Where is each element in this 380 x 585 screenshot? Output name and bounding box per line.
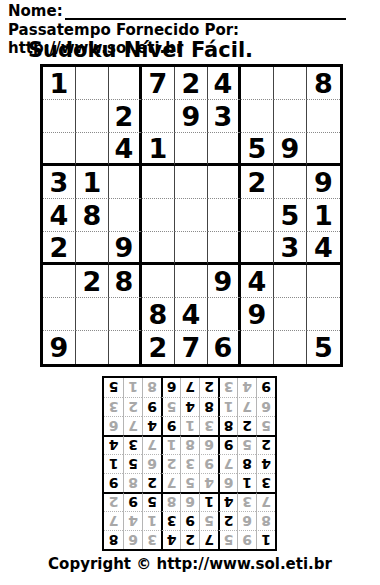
solution-cell-r7c3: 8: [218, 416, 237, 435]
puzzle-cell-r6c9[interactable]: 4: [307, 232, 340, 265]
puzzle-cell-r3c6[interactable]: [208, 133, 241, 166]
solution-cell-r1c8: 6: [123, 530, 142, 549]
puzzle-cell-r8c3[interactable]: [109, 298, 142, 331]
puzzle-cell-r7c7[interactable]: 4: [241, 265, 274, 298]
solution-cell-r1c7: 3: [142, 530, 161, 549]
puzzle-cell-r4c7[interactable]: 2: [241, 166, 274, 199]
puzzle-cell-r5c6[interactable]: [208, 199, 241, 232]
solution-cell-r6c3: 9: [218, 435, 237, 454]
puzzle-cell-r5c3[interactable]: [109, 199, 142, 232]
solution-cell-r5c5: 3: [180, 454, 199, 473]
puzzle-cell-r4c3[interactable]: [109, 166, 142, 199]
puzzle-cell-r2c2[interactable]: [76, 100, 109, 133]
puzzle-cell-r8c9[interactable]: [307, 298, 340, 331]
solution-cell-r8c1: 6: [256, 397, 275, 416]
solution-cell-r3c4: 1: [199, 492, 218, 511]
name-input-line[interactable]: [65, 2, 346, 20]
name-row: Nome:: [8, 2, 346, 20]
solution-cell-r5c9: 1: [104, 454, 123, 473]
puzzle-cell-r6c8[interactable]: 3: [274, 232, 307, 265]
puzzle-cell-r7c9[interactable]: [307, 265, 340, 298]
puzzle-cell-r6c6[interactable]: [208, 232, 241, 265]
puzzle-cell-r6c3[interactable]: 9: [109, 232, 142, 265]
puzzle-cell-r9c7[interactable]: [241, 331, 274, 364]
puzzle-cell-r3c3[interactable]: 4: [109, 133, 142, 166]
solution-cell-r9c8: 1: [123, 378, 142, 397]
solution-cell-r6c2: 5: [237, 435, 256, 454]
solution-cell-r7c4: 3: [199, 416, 218, 435]
solution-cell-r3c8: 9: [123, 492, 142, 511]
puzzle-cell-r2c9[interactable]: [307, 100, 340, 133]
puzzle-cell-r2c3[interactable]: 2: [109, 100, 142, 133]
puzzle-cell-r1c4[interactable]: 7: [142, 67, 175, 100]
solution-cell-r6c6: 1: [161, 435, 180, 454]
puzzle-cell-r7c1[interactable]: [43, 265, 76, 298]
puzzle-cell-r3c8[interactable]: 9: [274, 133, 307, 166]
puzzle-cell-r2c6[interactable]: 3: [208, 100, 241, 133]
puzzle-cell-r8c2[interactable]: [76, 298, 109, 331]
sudoku-solution-grid: 1957243688625931477341685923164572894879…: [102, 376, 277, 551]
puzzle-cell-r4c4[interactable]: [142, 166, 175, 199]
copyright-text: Copyright © http://www.sol.eti.br: [0, 555, 380, 573]
solution-cell-r6c5: 8: [180, 435, 199, 454]
solution-cell-r3c6: 8: [161, 492, 180, 511]
puzzle-cell-r7c8[interactable]: [274, 265, 307, 298]
puzzle-cell-r8c7[interactable]: 9: [241, 298, 274, 331]
solution-cell-r9c7: 8: [142, 378, 161, 397]
puzzle-cell-r3c1[interactable]: [43, 133, 76, 166]
puzzle-cell-r6c2[interactable]: [76, 232, 109, 265]
solution-cell-r3c2: 3: [237, 492, 256, 511]
solution-cell-r2c8: 4: [123, 511, 142, 530]
solution-cell-r2c6: 3: [161, 511, 180, 530]
solution-cell-r9c1: 9: [256, 378, 275, 397]
solution-cell-r6c8: 3: [123, 435, 142, 454]
puzzle-cell-r1c9[interactable]: 8: [307, 67, 340, 100]
solution-cell-r5c6: 2: [161, 454, 180, 473]
solution-cell-r2c3: 2: [218, 511, 237, 530]
solution-cell-r6c1: 2: [256, 435, 275, 454]
solution-cell-r2c4: 5: [199, 511, 218, 530]
puzzle-cell-r9c1[interactable]: 9: [43, 331, 76, 364]
puzzle-cell-r2c8[interactable]: [274, 100, 307, 133]
puzzle-cell-r7c2[interactable]: 2: [76, 265, 109, 298]
solution-cell-r5c3: 7: [218, 454, 237, 473]
solution-cell-r7c5: 1: [180, 416, 199, 435]
solution-cell-r7c8: 7: [123, 416, 142, 435]
solution-cell-r3c7: 5: [142, 492, 161, 511]
puzzle-cell-r3c4[interactable]: 1: [142, 133, 175, 166]
solution-cell-r2c9: 7: [104, 511, 123, 530]
solution-cell-r4c6: 7: [161, 473, 180, 492]
solution-cell-r5c7: 6: [142, 454, 161, 473]
solution-cell-r1c2: 9: [237, 530, 256, 549]
puzzle-cell-r7c4[interactable]: [142, 265, 175, 298]
solution-cell-r2c7: 1: [142, 511, 161, 530]
solution-cell-r7c2: 2: [237, 416, 256, 435]
puzzle-cell-r8c8[interactable]: [274, 298, 307, 331]
solution-cell-r4c9: 9: [104, 473, 123, 492]
puzzle-cell-r5c1[interactable]: 4: [43, 199, 76, 232]
puzzle-cell-r6c1[interactable]: 2: [43, 232, 76, 265]
puzzle-cell-r5c8[interactable]: 5: [274, 199, 307, 232]
solution-cell-r4c8: 8: [123, 473, 142, 492]
solution-cell-r1c3: 5: [218, 530, 237, 549]
puzzle-cell-r9c9[interactable]: 5: [307, 331, 340, 364]
puzzle-cell-r3c2[interactable]: [76, 133, 109, 166]
puzzle-cell-r2c4[interactable]: [142, 100, 175, 133]
puzzle-cell-r2c7[interactable]: [241, 100, 274, 133]
solution-cell-r1c4: 7: [199, 530, 218, 549]
solution-cell-r8c5: 4: [180, 397, 199, 416]
puzzle-cell-r9c3[interactable]: [109, 331, 142, 364]
solution-cell-r5c8: 5: [123, 454, 142, 473]
solution-cell-r3c1: 7: [256, 492, 275, 511]
solution-cell-r8c7: 9: [142, 397, 161, 416]
puzzle-cell-r3c7[interactable]: 5: [241, 133, 274, 166]
puzzle-cell-r9c8[interactable]: [274, 331, 307, 364]
puzzle-cell-r6c7[interactable]: [241, 232, 274, 265]
solution-cell-r3c3: 4: [218, 492, 237, 511]
puzzle-cell-r5c7[interactable]: [241, 199, 274, 232]
solution-cell-r4c3: 6: [218, 473, 237, 492]
solution-cell-r8c9: 3: [104, 397, 123, 416]
solution-cell-r4c4: 4: [199, 473, 218, 492]
solution-cell-r7c6: 9: [161, 416, 180, 435]
solution-cell-r8c8: 2: [123, 397, 142, 416]
puzzle-cell-r4c2[interactable]: 1: [76, 166, 109, 199]
puzzle-cell-r1c7[interactable]: [241, 67, 274, 100]
puzzle-cell-r7c5[interactable]: [175, 265, 208, 298]
solution-cell-r8c6: 5: [161, 397, 180, 416]
solution-cell-r9c9: 5: [104, 378, 123, 397]
solution-cell-r4c5: 5: [180, 473, 199, 492]
puzzle-cell-r4c5[interactable]: [175, 166, 208, 199]
solution-cell-r9c4: 2: [199, 378, 218, 397]
puzzle-cell-r9c6[interactable]: 6: [208, 331, 241, 364]
solution-cell-r3c5: 6: [180, 492, 199, 511]
puzzle-cell-r3c5[interactable]: [175, 133, 208, 166]
solution-cell-r3c9: 2: [104, 492, 123, 511]
puzzle-cell-r7c6[interactable]: 9: [208, 265, 241, 298]
solution-cell-r8c2: 7: [237, 397, 256, 416]
puzzle-cell-r8c6[interactable]: [208, 298, 241, 331]
puzzle-cell-r1c3[interactable]: [109, 67, 142, 100]
puzzle-cell-r5c9[interactable]: 1: [307, 199, 340, 232]
page-title: Sudoku Nível Fácil.: [28, 38, 253, 62]
puzzle-cell-r2c1[interactable]: [43, 100, 76, 133]
solution-cell-r1c1: 1: [256, 530, 275, 549]
puzzle-cell-r9c5[interactable]: 7: [175, 331, 208, 364]
sudoku-puzzle-grid: 172482934159312948512934289484992765: [40, 64, 343, 367]
solution-cell-r9c6: 6: [161, 378, 180, 397]
puzzle-cell-r5c2[interactable]: 8: [76, 199, 109, 232]
puzzle-cell-r2c5[interactable]: 9: [175, 100, 208, 133]
solution-cell-r6c9: 4: [104, 435, 123, 454]
puzzle-cell-r5c4[interactable]: [142, 199, 175, 232]
solution-cell-r2c2: 6: [237, 511, 256, 530]
puzzle-cell-r8c4[interactable]: 8: [142, 298, 175, 331]
solution-cell-r4c2: 1: [237, 473, 256, 492]
solution-cell-r9c5: 7: [180, 378, 199, 397]
solution-cell-r2c1: 8: [256, 511, 275, 530]
solution-cell-r9c3: 3: [218, 378, 237, 397]
puzzle-cell-r9c4[interactable]: 2: [142, 331, 175, 364]
puzzle-cell-r6c5[interactable]: [175, 232, 208, 265]
puzzle-cell-r1c1[interactable]: 1: [43, 67, 76, 100]
puzzle-cell-r4c8[interactable]: [274, 166, 307, 199]
solution-cell-r1c6: 4: [161, 530, 180, 549]
puzzle-cell-r1c2[interactable]: [76, 67, 109, 100]
solution-cell-r1c5: 2: [180, 530, 199, 549]
puzzle-cell-r8c5[interactable]: 4: [175, 298, 208, 331]
solution-cell-r5c2: 8: [237, 454, 256, 473]
solution-cell-r5c4: 9: [199, 454, 218, 473]
solution-cell-r8c3: 1: [218, 397, 237, 416]
puzzle-cell-r7c3[interactable]: 8: [109, 265, 142, 298]
solution-cell-r9c2: 4: [237, 378, 256, 397]
solution-cell-r4c7: 2: [142, 473, 161, 492]
puzzle-cell-r5c5[interactable]: [175, 199, 208, 232]
solution-cell-r2c5: 9: [180, 511, 199, 530]
solution-cell-r6c4: 6: [199, 435, 218, 454]
solution-cell-r6c7: 7: [142, 435, 161, 454]
puzzle-cell-r9c2[interactable]: [76, 331, 109, 364]
puzzle-cell-r4c6[interactable]: [208, 166, 241, 199]
solution-cell-r5c1: 4: [256, 454, 275, 473]
name-label: Nome:: [8, 2, 63, 20]
puzzle-cell-r3c9[interactable]: [307, 133, 340, 166]
solution-cell-r4c1: 3: [256, 473, 275, 492]
puzzle-cell-r4c1[interactable]: 3: [43, 166, 76, 199]
solution-cell-r1c9: 8: [104, 530, 123, 549]
puzzle-cell-r4c9[interactable]: 9: [307, 166, 340, 199]
solution-cell-r7c7: 4: [142, 416, 161, 435]
solution-cell-r7c9: 6: [104, 416, 123, 435]
solution-cell-r8c4: 8: [199, 397, 218, 416]
puzzle-cell-r1c5[interactable]: 2: [175, 67, 208, 100]
puzzle-cell-r6c4[interactable]: [142, 232, 175, 265]
puzzle-cell-r1c6[interactable]: 4: [208, 67, 241, 100]
puzzle-cell-r1c8[interactable]: [274, 67, 307, 100]
puzzle-cell-r8c1[interactable]: [43, 298, 76, 331]
solution-cell-r7c1: 5: [256, 416, 275, 435]
